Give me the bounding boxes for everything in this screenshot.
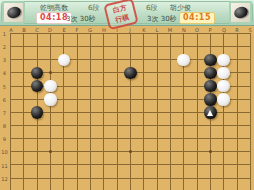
row-label-12: 12: [1, 175, 9, 181]
black-stone-P3: [204, 54, 217, 67]
white-to-move-stamp: 白方 行棋: [103, 0, 138, 30]
black-stone-J4: [124, 67, 137, 80]
col-label-G: G: [86, 26, 95, 32]
row-label-2: 2: [1, 44, 9, 50]
row-label-4: 4: [1, 70, 9, 76]
col-label-B: B: [20, 26, 29, 32]
black-player-byoyomi: 3次 30秒: [66, 14, 96, 24]
col-label-R: R: [233, 26, 242, 32]
row-label-10: 10: [1, 149, 9, 155]
col-label-H: H: [100, 26, 109, 32]
row-label-6: 6: [1, 96, 9, 102]
col-label-M: M: [166, 26, 175, 32]
white-stone-N3: [177, 54, 190, 67]
row-label-5: 5: [1, 83, 9, 89]
last-move-triangle-marker: [207, 110, 213, 116]
col-label-K: K: [140, 26, 149, 32]
col-label-C: C: [33, 26, 42, 32]
col-label-J: J: [126, 26, 135, 32]
white-stone-E3: [58, 54, 71, 67]
white-stone-Q6: [217, 93, 230, 106]
row-label-1: 1: [1, 31, 9, 37]
col-label-F: F: [73, 26, 82, 32]
black-stone-P6: [204, 93, 217, 106]
black-stone-P4: [204, 67, 217, 80]
row-label-8: 8: [1, 123, 9, 129]
black-stone-P5: [204, 80, 217, 93]
col-label-S: S: [246, 26, 254, 32]
row-label-7: 7: [1, 109, 9, 115]
go-game-screen: ABCDEFGHIJKLMNOPQRS12345678910111213 乾明高…: [0, 0, 254, 190]
black-player-rank: 6段: [88, 3, 99, 13]
white-stone-Q3: [217, 54, 230, 67]
col-label-E: E: [60, 26, 69, 32]
col-label-N: N: [180, 26, 189, 32]
black-stone-P7: [204, 106, 217, 119]
white-player-rank: 6段: [146, 3, 157, 13]
black-player-avatar[interactable]: [2, 1, 25, 24]
white-player-timer: 04:15: [179, 12, 215, 24]
white-player-byoyomi: 3次 30秒: [147, 14, 177, 24]
stamp-line2: 行棋: [114, 12, 130, 25]
col-label-D: D: [46, 26, 55, 32]
player-info-bar: 乾明高数 6段 04:18 3次 30秒 白方 行棋 6段 胡少俊 3次 30秒…: [0, 0, 254, 26]
row-label-13: 13: [1, 188, 9, 190]
white-stone-D5: [44, 80, 57, 93]
white-player-avatar[interactable]: [229, 1, 252, 24]
white-stone-D6: [44, 93, 57, 106]
white-player-avatar-icon: [233, 5, 250, 20]
row-label-9: 9: [1, 136, 9, 142]
col-label-L: L: [153, 26, 162, 32]
go-board[interactable]: ABCDEFGHIJKLMNOPQRS12345678910111213: [0, 0, 254, 190]
col-label-Q: Q: [220, 26, 229, 32]
col-label-O: O: [193, 26, 202, 32]
black-stone-C7: [31, 106, 44, 119]
row-label-3: 3: [1, 57, 9, 63]
black-stone-avatar-icon: [6, 5, 23, 20]
row-label-11: 11: [1, 162, 9, 168]
col-label-P: P: [206, 26, 215, 32]
